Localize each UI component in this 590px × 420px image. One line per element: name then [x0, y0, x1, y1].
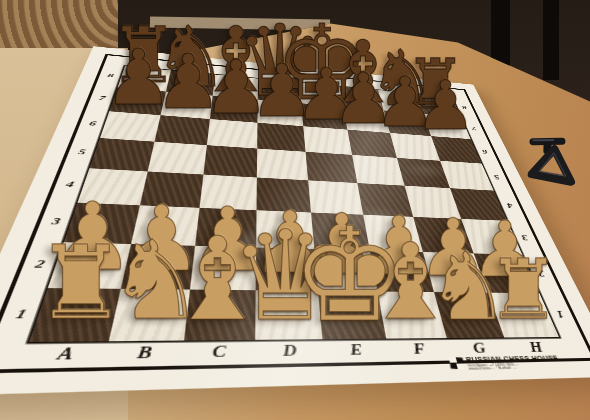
file-label-h: H	[505, 339, 567, 356]
square-e1[interactable]	[318, 291, 386, 339]
far-table-edge	[150, 16, 330, 30]
square-b1[interactable]	[109, 289, 190, 341]
chair-leg	[491, 0, 510, 68]
square-d7[interactable]	[257, 100, 303, 127]
square-c5[interactable]	[203, 145, 257, 177]
square-d3[interactable]	[256, 210, 314, 249]
square-e6[interactable]	[303, 126, 352, 155]
square-e3[interactable]	[311, 213, 370, 251]
square-e5[interactable]	[306, 152, 358, 183]
square-b3[interactable]	[131, 205, 199, 245]
square-c4[interactable]	[200, 175, 257, 211]
file-label-c: C	[182, 342, 256, 362]
publisher-logo-icon	[449, 357, 465, 370]
square-c3[interactable]	[195, 208, 256, 248]
square-e2[interactable]	[314, 249, 377, 291]
square-e4[interactable]	[308, 180, 363, 214]
square-a5[interactable]	[89, 138, 154, 171]
chair-leg	[543, 0, 560, 80]
square-a3[interactable]	[64, 203, 140, 244]
square-c1[interactable]	[184, 290, 256, 341]
square-d1[interactable]	[255, 290, 322, 340]
square-c6[interactable]	[207, 119, 258, 149]
chess-photo-scene: { "game": "chess", "position": { "fen": …	[0, 0, 590, 420]
file-label-a: A	[21, 344, 108, 366]
square-d5[interactable]	[257, 149, 308, 181]
square-a6[interactable]	[100, 111, 161, 141]
file-label-e: E	[323, 341, 390, 360]
black-plastic-clip	[517, 123, 589, 195]
square-b4[interactable]	[140, 171, 204, 207]
file-label-f: F	[387, 340, 452, 358]
file-label-b: B	[104, 343, 184, 364]
publisher-contact-line: www.chess… · E-mail: …	[469, 366, 564, 372]
square-b6[interactable]	[155, 115, 210, 145]
chess-mat: ABCDEFGH 87654321 87654321 RUSSIAN CHESS…	[0, 46, 590, 396]
square-d2[interactable]	[256, 247, 318, 290]
square-d6[interactable]	[257, 123, 305, 152]
square-b2[interactable]	[121, 244, 195, 290]
square-b5[interactable]	[148, 142, 207, 175]
file-label-d: D	[255, 341, 324, 361]
square-c2[interactable]	[190, 246, 256, 290]
square-a2[interactable]	[48, 242, 131, 289]
square-a4[interactable]	[77, 168, 147, 205]
square-d4[interactable]	[257, 178, 311, 213]
mat-branding: RUSSIAN CHESS HOUSE тел./факс: +7 (495) …	[448, 354, 590, 372]
